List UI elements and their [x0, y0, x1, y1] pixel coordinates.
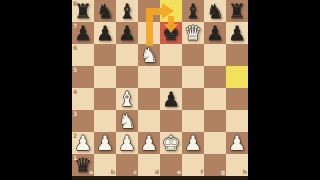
chess-board[interactable]: ♜8♞♝♝♞♜♟7♟♟♚♛♟♟6♞54♝♟3♞♟2♟♟♟♚♟♟♛1abcdefg…: [72, 0, 248, 176]
square-h3[interactable]: [226, 110, 248, 132]
square-h5[interactable]: [226, 66, 248, 88]
square-c5[interactable]: [116, 66, 138, 88]
square-f8[interactable]: ♝: [182, 0, 204, 22]
square-d7[interactable]: [138, 22, 160, 44]
square-d1[interactable]: d: [138, 154, 160, 176]
piece-black-pawn[interactable]: ♟: [160, 88, 182, 110]
piece-black-pawn[interactable]: ♟: [116, 22, 138, 44]
file-label-g: g: [221, 169, 225, 175]
square-g6[interactable]: [204, 44, 226, 66]
square-c3[interactable]: ♞: [116, 110, 138, 132]
piece-white-knight[interactable]: ♞: [116, 110, 138, 132]
square-d6[interactable]: ♞: [138, 44, 160, 66]
square-a7[interactable]: ♟7: [72, 22, 94, 44]
file-label-f: f: [200, 169, 203, 175]
square-d5[interactable]: [138, 66, 160, 88]
piece-white-queen[interactable]: ♛: [182, 22, 204, 44]
square-c8[interactable]: ♝: [116, 0, 138, 22]
square-d8[interactable]: [138, 0, 160, 22]
piece-white-knight[interactable]: ♞: [138, 44, 160, 66]
square-h8[interactable]: ♜: [226, 0, 248, 22]
piece-black-rook[interactable]: ♜: [226, 0, 248, 22]
file-label-a: a: [89, 169, 93, 175]
rank-label-7: 7: [73, 23, 77, 29]
board-bottom-border: [72, 176, 248, 180]
square-a6[interactable]: 6: [72, 44, 94, 66]
file-label-d: d: [155, 169, 159, 175]
file-label-b: b: [111, 169, 115, 175]
square-f7[interactable]: ♛: [182, 22, 204, 44]
square-e3[interactable]: [160, 110, 182, 132]
square-d3[interactable]: [138, 110, 160, 132]
square-a1[interactable]: ♛1a: [72, 154, 94, 176]
piece-black-knight[interactable]: ♞: [94, 0, 116, 22]
square-g7[interactable]: ♟: [204, 22, 226, 44]
square-h1[interactable]: h: [226, 154, 248, 176]
pillarbox-right: [248, 0, 320, 180]
square-e2[interactable]: ♚: [160, 132, 182, 154]
square-b1[interactable]: b: [94, 154, 116, 176]
piece-white-pawn[interactable]: ♟: [226, 132, 248, 154]
board-area: ♜8♞♝♝♞♜♟7♟♟♚♛♟♟6♞54♝♟3♞♟2♟♟♟♚♟♟♛1abcdefg…: [72, 0, 248, 180]
piece-black-king[interactable]: ♚: [160, 22, 182, 44]
square-a5[interactable]: 5: [72, 66, 94, 88]
square-f3[interactable]: [182, 110, 204, 132]
rank-label-4: 4: [73, 89, 77, 95]
rank-label-3: 3: [73, 111, 77, 117]
square-b2[interactable]: ♟: [94, 132, 116, 154]
square-f6[interactable]: [182, 44, 204, 66]
file-label-c: c: [133, 169, 137, 175]
video-frame: ♜8♞♝♝♞♜♟7♟♟♚♛♟♟6♞54♝♟3♞♟2♟♟♟♚♟♟♛1abcdefg…: [0, 0, 320, 180]
square-e7[interactable]: ♚: [160, 22, 182, 44]
square-f1[interactable]: f: [182, 154, 204, 176]
square-b3[interactable]: [94, 110, 116, 132]
square-a2[interactable]: ♟2: [72, 132, 94, 154]
square-b7[interactable]: ♟: [94, 22, 116, 44]
square-e8[interactable]: [160, 0, 182, 22]
square-c1[interactable]: c: [116, 154, 138, 176]
square-h7[interactable]: ♟: [226, 22, 248, 44]
square-a4[interactable]: 4: [72, 88, 94, 110]
piece-black-pawn[interactable]: ♟: [94, 22, 116, 44]
rank-label-2: 2: [73, 133, 77, 139]
file-label-h: h: [243, 169, 247, 175]
square-a3[interactable]: 3: [72, 110, 94, 132]
piece-black-bishop[interactable]: ♝: [116, 0, 138, 22]
rank-label-6: 6: [73, 45, 77, 51]
square-b8[interactable]: ♞: [94, 0, 116, 22]
square-f5[interactable]: [182, 66, 204, 88]
square-e1[interactable]: e: [160, 154, 182, 176]
square-c4[interactable]: ♝: [116, 88, 138, 110]
pillarbox-left: [0, 0, 72, 180]
piece-white-pawn[interactable]: ♟: [116, 132, 138, 154]
square-c2[interactable]: ♟: [116, 132, 138, 154]
rank-label-8: 8: [73, 1, 77, 7]
piece-white-king[interactable]: ♚: [160, 132, 182, 154]
square-g2[interactable]: [204, 132, 226, 154]
square-h2[interactable]: ♟: [226, 132, 248, 154]
square-f2[interactable]: ♟: [182, 132, 204, 154]
square-g8[interactable]: ♞: [204, 0, 226, 22]
rank-label-1: 1: [73, 155, 77, 161]
piece-white-pawn[interactable]: ♟: [182, 132, 204, 154]
square-e4[interactable]: ♟: [160, 88, 182, 110]
square-g1[interactable]: g: [204, 154, 226, 176]
square-h6[interactable]: [226, 44, 248, 66]
file-label-e: e: [177, 169, 181, 175]
piece-white-pawn[interactable]: ♟: [94, 132, 116, 154]
square-d2[interactable]: ♟: [138, 132, 160, 154]
square-b5[interactable]: [94, 66, 116, 88]
square-c6[interactable]: [116, 44, 138, 66]
piece-white-bishop[interactable]: ♝: [116, 88, 138, 110]
piece-black-pawn[interactable]: ♟: [226, 22, 248, 44]
rank-label-5: 5: [73, 67, 77, 73]
square-b6[interactable]: [94, 44, 116, 66]
square-c7[interactable]: ♟: [116, 22, 138, 44]
square-b4[interactable]: [94, 88, 116, 110]
square-e5[interactable]: [160, 66, 182, 88]
square-a8[interactable]: ♜8: [72, 0, 94, 22]
piece-black-bishop[interactable]: ♝: [182, 0, 204, 22]
square-g5[interactable]: [204, 66, 226, 88]
piece-black-knight[interactable]: ♞: [204, 0, 226, 22]
piece-black-pawn[interactable]: ♟: [204, 22, 226, 44]
square-d4[interactable]: [138, 88, 160, 110]
square-g3[interactable]: [204, 110, 226, 132]
square-f4[interactable]: [182, 88, 204, 110]
square-e6[interactable]: [160, 44, 182, 66]
piece-white-pawn[interactable]: ♟: [138, 132, 160, 154]
square-h4[interactable]: [226, 88, 248, 110]
square-g4[interactable]: [204, 88, 226, 110]
